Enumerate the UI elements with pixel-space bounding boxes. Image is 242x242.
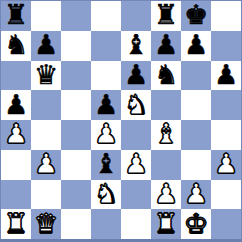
square-f8[interactable]: ♜ bbox=[151, 1, 181, 31]
square-g2[interactable]: ♟ bbox=[181, 180, 211, 210]
square-h7[interactable] bbox=[211, 31, 241, 61]
square-d4[interactable]: ♟ bbox=[91, 120, 121, 150]
square-f4[interactable]: ♝ bbox=[151, 120, 181, 150]
square-f1[interactable]: ♜ bbox=[151, 209, 181, 239]
square-f5[interactable] bbox=[151, 90, 181, 120]
square-a1[interactable]: ♜ bbox=[1, 209, 31, 239]
square-a8[interactable]: ♜ bbox=[1, 1, 31, 31]
square-f6[interactable]: ♞ bbox=[151, 61, 181, 91]
white-pawn: ♟ bbox=[124, 150, 148, 177]
square-d6[interactable] bbox=[91, 61, 121, 91]
square-d3[interactable]: ♝ bbox=[91, 150, 121, 180]
chess-board: ♜♜♚♞♟♝♟♟♛♟♞♟♟♟♞♟♟♝♟♝♟♟♞♟♟♜♛♜♚ bbox=[0, 0, 242, 242]
square-b8[interactable] bbox=[31, 1, 61, 31]
square-b2[interactable] bbox=[31, 180, 61, 210]
black-bishop: ♝ bbox=[94, 150, 118, 177]
square-c2[interactable] bbox=[61, 180, 91, 210]
white-knight: ♞ bbox=[124, 91, 148, 118]
black-bishop: ♝ bbox=[124, 31, 148, 58]
square-a5[interactable]: ♟ bbox=[1, 90, 31, 120]
square-h3[interactable]: ♟ bbox=[211, 150, 241, 180]
black-pawn: ♟ bbox=[124, 61, 148, 88]
square-d5[interactable]: ♟ bbox=[91, 90, 121, 120]
square-b4[interactable] bbox=[31, 120, 61, 150]
white-pawn: ♟ bbox=[184, 180, 208, 207]
square-f3[interactable] bbox=[151, 150, 181, 180]
black-pawn: ♟ bbox=[184, 31, 208, 58]
square-c7[interactable] bbox=[61, 31, 91, 61]
square-a2[interactable] bbox=[1, 180, 31, 210]
square-h6[interactable]: ♟ bbox=[211, 61, 241, 91]
square-g4[interactable] bbox=[181, 120, 211, 150]
black-queen: ♛ bbox=[34, 61, 58, 88]
square-e7[interactable]: ♝ bbox=[121, 31, 151, 61]
square-g7[interactable]: ♟ bbox=[181, 31, 211, 61]
square-b1[interactable]: ♛ bbox=[31, 209, 61, 239]
square-a6[interactable] bbox=[1, 61, 31, 91]
square-e6[interactable]: ♟ bbox=[121, 61, 151, 91]
square-h1[interactable] bbox=[211, 209, 241, 239]
white-rook: ♜ bbox=[4, 210, 28, 237]
white-pawn: ♟ bbox=[214, 150, 238, 177]
black-knight: ♞ bbox=[154, 61, 178, 88]
square-h4[interactable] bbox=[211, 120, 241, 150]
white-bishop: ♝ bbox=[154, 120, 178, 147]
square-d1[interactable] bbox=[91, 209, 121, 239]
white-pawn: ♟ bbox=[154, 180, 178, 207]
square-g8[interactable]: ♚ bbox=[181, 1, 211, 31]
black-rook: ♜ bbox=[154, 1, 178, 28]
square-e1[interactable] bbox=[121, 209, 151, 239]
square-d2[interactable]: ♞ bbox=[91, 180, 121, 210]
square-c3[interactable] bbox=[61, 150, 91, 180]
black-rook: ♜ bbox=[4, 1, 28, 28]
square-e2[interactable] bbox=[121, 180, 151, 210]
square-c6[interactable] bbox=[61, 61, 91, 91]
white-pawn: ♟ bbox=[94, 120, 118, 147]
black-knight: ♞ bbox=[4, 31, 28, 58]
square-f2[interactable]: ♟ bbox=[151, 180, 181, 210]
square-h5[interactable] bbox=[211, 90, 241, 120]
square-a7[interactable]: ♞ bbox=[1, 31, 31, 61]
white-pawn: ♟ bbox=[4, 120, 28, 147]
square-g5[interactable] bbox=[181, 90, 211, 120]
square-d7[interactable] bbox=[91, 31, 121, 61]
square-g6[interactable] bbox=[181, 61, 211, 91]
square-g3[interactable] bbox=[181, 150, 211, 180]
square-b5[interactable] bbox=[31, 90, 61, 120]
black-pawn: ♟ bbox=[4, 91, 28, 118]
black-king: ♚ bbox=[184, 1, 208, 28]
white-queen: ♛ bbox=[34, 210, 58, 237]
square-e8[interactable] bbox=[121, 1, 151, 31]
white-king: ♚ bbox=[184, 210, 208, 237]
square-c4[interactable] bbox=[61, 120, 91, 150]
square-f7[interactable]: ♟ bbox=[151, 31, 181, 61]
white-rook: ♜ bbox=[154, 210, 178, 237]
black-pawn: ♟ bbox=[214, 61, 238, 88]
square-e3[interactable]: ♟ bbox=[121, 150, 151, 180]
square-h8[interactable] bbox=[211, 1, 241, 31]
square-g1[interactable]: ♚ bbox=[181, 209, 211, 239]
square-e4[interactable] bbox=[121, 120, 151, 150]
square-b3[interactable]: ♟ bbox=[31, 150, 61, 180]
black-pawn: ♟ bbox=[154, 31, 178, 58]
white-pawn: ♟ bbox=[34, 150, 58, 177]
square-e5[interactable]: ♞ bbox=[121, 90, 151, 120]
black-pawn: ♟ bbox=[34, 31, 58, 58]
square-a4[interactable]: ♟ bbox=[1, 120, 31, 150]
square-b7[interactable]: ♟ bbox=[31, 31, 61, 61]
square-d8[interactable] bbox=[91, 1, 121, 31]
square-c8[interactable] bbox=[61, 1, 91, 31]
square-c1[interactable] bbox=[61, 209, 91, 239]
square-c5[interactable] bbox=[61, 90, 91, 120]
black-pawn: ♟ bbox=[94, 91, 118, 118]
square-a3[interactable] bbox=[1, 150, 31, 180]
square-h2[interactable] bbox=[211, 180, 241, 210]
square-b6[interactable]: ♛ bbox=[31, 61, 61, 91]
white-knight: ♞ bbox=[94, 180, 118, 207]
